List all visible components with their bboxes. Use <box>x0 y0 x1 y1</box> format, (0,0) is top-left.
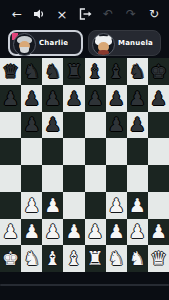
avatar-beard <box>20 47 29 53</box>
white-piece-b3: ♟ <box>23 196 40 215</box>
square-d4[interactable] <box>63 165 84 192</box>
white-piece-f2: ♟ <box>108 222 125 241</box>
black-piece-f6: ♟ <box>108 115 125 134</box>
square-a4[interactable] <box>0 165 21 192</box>
black-piece-h7: ♟ <box>150 89 167 108</box>
square-g5[interactable] <box>127 138 148 165</box>
square-h8[interactable]: ♚ <box>148 58 169 85</box>
black-piece-e7: ♟ <box>87 89 104 108</box>
square-c6[interactable]: ♟ <box>42 112 63 139</box>
black-piece-g6: ♟ <box>129 115 146 134</box>
square-e2[interactable]: ♟ <box>85 219 106 246</box>
white-piece-h1: ♛ <box>150 249 167 268</box>
square-h7[interactable]: ♟ <box>148 85 169 112</box>
black-piece-e8: ♝ <box>87 62 104 81</box>
white-piece-g1: ♞ <box>129 249 146 268</box>
square-d1[interactable]: ♝ <box>63 245 84 272</box>
square-e5[interactable] <box>85 138 106 165</box>
avatar-manuela <box>92 33 115 56</box>
square-d8[interactable]: ♜ <box>63 58 84 85</box>
square-c8[interactable]: ♞ <box>42 58 63 85</box>
square-f5[interactable] <box>106 138 127 165</box>
white-piece-e2: ♟ <box>87 222 104 241</box>
square-e7[interactable]: ♟ <box>85 85 106 112</box>
square-f8[interactable]: ♝ <box>106 58 127 85</box>
exit-icon[interactable] <box>78 7 92 21</box>
white-piece-c2: ♟ <box>44 222 61 241</box>
square-c5[interactable] <box>42 138 63 165</box>
square-c7[interactable]: ♟ <box>42 85 63 112</box>
avatar-charlie <box>13 33 36 56</box>
white-piece-f3: ♟ <box>108 196 125 215</box>
black-piece-b8: ♞ <box>23 62 40 81</box>
square-c3[interactable]: ♟ <box>42 192 63 219</box>
square-g6[interactable]: ♟ <box>127 112 148 139</box>
square-h1[interactable]: ♛ <box>148 245 169 272</box>
black-piece-a8: ♛ <box>2 62 19 81</box>
white-piece-a1: ♚ <box>2 249 19 268</box>
square-e8[interactable]: ♝ <box>85 58 106 85</box>
black-piece-a7: ♟ <box>2 89 19 108</box>
avatar-wrap-manuela <box>91 32 114 55</box>
square-e4[interactable] <box>85 165 106 192</box>
chess-app-screen: ← × ↶ ↷ ↻ <box>0 0 169 300</box>
black-piece-c6: ♟ <box>44 115 61 134</box>
square-h4[interactable] <box>148 165 169 192</box>
white-piece-b2: ♟ <box>23 222 40 241</box>
square-b5[interactable] <box>21 138 42 165</box>
square-f7[interactable]: ♟ <box>106 85 127 112</box>
square-b1[interactable]: ♞ <box>21 245 42 272</box>
square-e6[interactable] <box>85 112 106 139</box>
square-b3[interactable]: ♟ <box>21 192 42 219</box>
sound-icon[interactable] <box>32 7 46 21</box>
square-d7[interactable]: ♟ <box>63 85 84 112</box>
white-piece-g3: ♟ <box>129 196 146 215</box>
square-c2[interactable]: ♟ <box>42 219 63 246</box>
square-e3[interactable] <box>85 192 106 219</box>
square-g2[interactable]: ♟ <box>127 219 148 246</box>
square-c4[interactable] <box>42 165 63 192</box>
white-piece-c1: ♝ <box>44 249 61 268</box>
square-f4[interactable] <box>106 165 127 192</box>
undo-icon[interactable]: ↶ <box>101 7 115 21</box>
square-a3[interactable] <box>0 192 21 219</box>
player-card-charlie: Charlie <box>8 30 83 56</box>
bottom-divider <box>0 284 169 286</box>
square-d2[interactable]: ♟ <box>63 219 84 246</box>
close-icon[interactable]: × <box>55 7 69 21</box>
square-a2[interactable]: ♟ <box>0 219 21 246</box>
square-b2[interactable]: ♟ <box>21 219 42 246</box>
white-piece-d1: ♝ <box>65 249 82 268</box>
square-f1[interactable]: ♞ <box>106 245 127 272</box>
square-g3[interactable]: ♟ <box>127 192 148 219</box>
player-cards-row: Charlie Manuela <box>0 28 169 58</box>
black-piece-f7: ♟ <box>108 89 125 108</box>
white-piece-h2: ♟ <box>150 222 167 241</box>
avatar-torso <box>98 50 109 56</box>
square-h2[interactable]: ♟ <box>148 219 169 246</box>
square-b6[interactable]: ♟ <box>21 112 42 139</box>
square-d6[interactable] <box>63 112 84 139</box>
square-d3[interactable] <box>63 192 84 219</box>
white-piece-g2: ♟ <box>129 222 146 241</box>
toolbar-icon-group: × ↶ ↷ ↻ <box>32 7 161 21</box>
square-c1[interactable]: ♝ <box>42 245 63 272</box>
square-b8[interactable]: ♞ <box>21 58 42 85</box>
square-b7[interactable]: ♟ <box>21 85 42 112</box>
black-piece-c7: ♟ <box>44 89 61 108</box>
avatar-wrap-charlie <box>12 32 35 55</box>
black-piece-f8: ♝ <box>108 62 125 81</box>
player-card-manuela: Manuela <box>88 30 161 56</box>
black-piece-h8: ♚ <box>150 62 167 81</box>
square-a5[interactable] <box>0 138 21 165</box>
square-g1[interactable]: ♞ <box>127 245 148 272</box>
black-piece-b6: ♟ <box>23 115 40 134</box>
square-f3[interactable]: ♟ <box>106 192 127 219</box>
white-piece-d2: ♟ <box>65 222 82 241</box>
square-a7[interactable]: ♟ <box>0 85 21 112</box>
square-g8[interactable]: ♞ <box>127 58 148 85</box>
chess-board: ♛♞♞♜♝♝♞♚♟♟♟♟♟♟♟♟♟♟♟♟♟♟♟♟♟♟♟♟♟♟♟♟♚♞♝♝♜♞♞♛ <box>0 58 169 272</box>
square-h6[interactable] <box>148 112 169 139</box>
white-piece-b1: ♞ <box>23 249 40 268</box>
square-a6[interactable] <box>0 112 21 139</box>
square-e1[interactable]: ♜ <box>85 245 106 272</box>
white-piece-f1: ♞ <box>108 249 125 268</box>
black-piece-g8: ♞ <box>129 62 146 81</box>
square-g7[interactable]: ♟ <box>127 85 148 112</box>
square-a1[interactable]: ♚ <box>0 245 21 272</box>
square-d5[interactable] <box>63 138 84 165</box>
black-piece-g7: ♟ <box>129 89 146 108</box>
player-name-black: Manuela <box>118 39 153 47</box>
square-h3[interactable] <box>148 192 169 219</box>
player-name-white: Charlie <box>39 39 68 47</box>
back-icon[interactable]: ← <box>10 7 24 21</box>
black-piece-c8: ♞ <box>44 62 61 81</box>
white-piece-a2: ♟ <box>2 222 19 241</box>
black-piece-d7: ♟ <box>65 89 82 108</box>
square-g4[interactable] <box>127 165 148 192</box>
square-b4[interactable] <box>21 165 42 192</box>
black-piece-d8: ♜ <box>65 62 82 81</box>
refresh-icon[interactable]: ↻ <box>147 7 161 21</box>
redo-icon[interactable]: ↷ <box>124 7 138 21</box>
square-a8[interactable]: ♛ <box>0 58 21 85</box>
square-f2[interactable]: ♟ <box>106 219 127 246</box>
top-toolbar: ← × ↶ ↷ ↻ <box>0 0 169 28</box>
square-h5[interactable] <box>148 138 169 165</box>
white-piece-c3: ♟ <box>44 196 61 215</box>
white-piece-e1: ♜ <box>87 249 104 268</box>
bottom-panel <box>0 272 169 300</box>
black-piece-b7: ♟ <box>23 89 40 108</box>
square-f6[interactable]: ♟ <box>106 112 127 139</box>
